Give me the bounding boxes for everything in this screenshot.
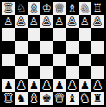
square-b4[interactable] [79, 41, 92, 54]
square-f3[interactable] [28, 28, 41, 41]
square-f7[interactable]: ♟ [28, 79, 41, 92]
square-a7[interactable]: ♟ [91, 79, 104, 92]
square-d3[interactable] [53, 28, 66, 41]
square-g3[interactable] [15, 28, 28, 41]
piece-white-rook[interactable]: ♖ [3, 3, 13, 14]
piece-white-bishop[interactable]: ♗ [67, 3, 77, 14]
square-c6[interactable] [66, 66, 79, 79]
piece-black-pawn[interactable]: ♟ [42, 80, 52, 91]
square-d1[interactable]: ♕ [53, 2, 66, 15]
square-h8[interactable]: ♜ [2, 92, 15, 105]
square-f8[interactable]: ♝ [28, 92, 41, 105]
piece-white-king[interactable]: ♔ [42, 3, 52, 14]
piece-black-rook[interactable]: ♜ [93, 93, 103, 104]
square-g8[interactable]: ♞ [15, 92, 28, 105]
piece-black-bishop[interactable]: ♝ [29, 93, 39, 104]
square-a8[interactable]: ♜ [91, 92, 104, 105]
square-a6[interactable] [91, 66, 104, 79]
piece-white-pawn[interactable]: ♙ [16, 16, 26, 27]
piece-white-rook[interactable]: ♖ [93, 3, 103, 14]
square-h6[interactable] [2, 66, 15, 79]
square-g7[interactable]: ♟ [15, 79, 28, 92]
square-b2[interactable]: ♙ [79, 15, 92, 28]
piece-black-knight[interactable]: ♞ [80, 93, 90, 104]
piece-white-pawn[interactable]: ♙ [29, 16, 39, 27]
square-b3[interactable] [79, 28, 92, 41]
square-e6[interactable] [40, 66, 53, 79]
piece-white-pawn[interactable]: ♙ [67, 16, 77, 27]
square-h5[interactable] [2, 54, 15, 67]
square-g5[interactable] [15, 54, 28, 67]
square-g6[interactable] [15, 66, 28, 79]
chess-board-frame: ♖♘♗♔♕♗♘♖♙♙♙♙♙♙♙♙♟♟♟♟♟♟♟♟♜♞♝♚♛♝♞♜ [0, 0, 106, 107]
piece-black-pawn[interactable]: ♟ [67, 80, 77, 91]
square-e2[interactable]: ♙ [40, 15, 53, 28]
piece-black-pawn[interactable]: ♟ [29, 80, 39, 91]
square-d4[interactable] [53, 41, 66, 54]
square-e3[interactable] [40, 28, 53, 41]
square-f5[interactable] [28, 54, 41, 67]
piece-black-pawn[interactable]: ♟ [3, 80, 13, 91]
square-h7[interactable]: ♟ [2, 79, 15, 92]
square-h2[interactable]: ♙ [2, 15, 15, 28]
piece-black-knight[interactable]: ♞ [16, 93, 26, 104]
piece-white-pawn[interactable]: ♙ [93, 16, 103, 27]
square-a5[interactable] [91, 54, 104, 67]
square-c2[interactable]: ♙ [66, 15, 79, 28]
piece-black-king[interactable]: ♚ [42, 93, 52, 104]
square-e1[interactable]: ♔ [40, 2, 53, 15]
square-d8[interactable]: ♛ [53, 92, 66, 105]
square-d2[interactable]: ♙ [53, 15, 66, 28]
square-a1[interactable]: ♖ [91, 2, 104, 15]
square-h4[interactable] [2, 41, 15, 54]
square-c1[interactable]: ♗ [66, 2, 79, 15]
square-a2[interactable]: ♙ [91, 15, 104, 28]
square-h3[interactable] [2, 28, 15, 41]
square-f4[interactable] [28, 41, 41, 54]
square-a3[interactable] [91, 28, 104, 41]
square-d5[interactable] [53, 54, 66, 67]
piece-black-pawn[interactable]: ♟ [16, 80, 26, 91]
piece-white-pawn[interactable]: ♙ [3, 16, 13, 27]
piece-black-pawn[interactable]: ♟ [93, 80, 103, 91]
square-h1[interactable]: ♖ [2, 2, 15, 15]
piece-white-knight[interactable]: ♘ [16, 3, 26, 14]
square-c4[interactable] [66, 41, 79, 54]
square-e8[interactable]: ♚ [40, 92, 53, 105]
piece-white-pawn[interactable]: ♙ [54, 16, 64, 27]
piece-black-rook[interactable]: ♜ [3, 93, 13, 104]
piece-black-queen[interactable]: ♛ [54, 93, 64, 104]
square-b5[interactable] [79, 54, 92, 67]
square-b1[interactable]: ♘ [79, 2, 92, 15]
chess-board: ♖♘♗♔♕♗♘♖♙♙♙♙♙♙♙♙♟♟♟♟♟♟♟♟♜♞♝♚♛♝♞♜ [2, 2, 104, 105]
square-c8[interactable]: ♝ [66, 92, 79, 105]
square-b8[interactable]: ♞ [79, 92, 92, 105]
piece-white-bishop[interactable]: ♗ [29, 3, 39, 14]
square-e4[interactable] [40, 41, 53, 54]
square-d6[interactable] [53, 66, 66, 79]
piece-black-pawn[interactable]: ♟ [54, 80, 64, 91]
square-c5[interactable] [66, 54, 79, 67]
piece-white-queen[interactable]: ♕ [54, 3, 64, 14]
piece-black-bishop[interactable]: ♝ [67, 93, 77, 104]
square-e5[interactable] [40, 54, 53, 67]
square-b6[interactable] [79, 66, 92, 79]
piece-white-knight[interactable]: ♘ [80, 3, 90, 14]
piece-black-pawn[interactable]: ♟ [80, 80, 90, 91]
square-c3[interactable] [66, 28, 79, 41]
piece-white-pawn[interactable]: ♙ [42, 16, 52, 27]
square-e7[interactable]: ♟ [40, 79, 53, 92]
piece-white-pawn[interactable]: ♙ [80, 16, 90, 27]
square-g1[interactable]: ♘ [15, 2, 28, 15]
square-d7[interactable]: ♟ [53, 79, 66, 92]
square-c7[interactable]: ♟ [66, 79, 79, 92]
square-a4[interactable] [91, 41, 104, 54]
square-f1[interactable]: ♗ [28, 2, 41, 15]
square-g4[interactable] [15, 41, 28, 54]
square-b7[interactable]: ♟ [79, 79, 92, 92]
square-g2[interactable]: ♙ [15, 15, 28, 28]
square-f6[interactable] [28, 66, 41, 79]
square-f2[interactable]: ♙ [28, 15, 41, 28]
